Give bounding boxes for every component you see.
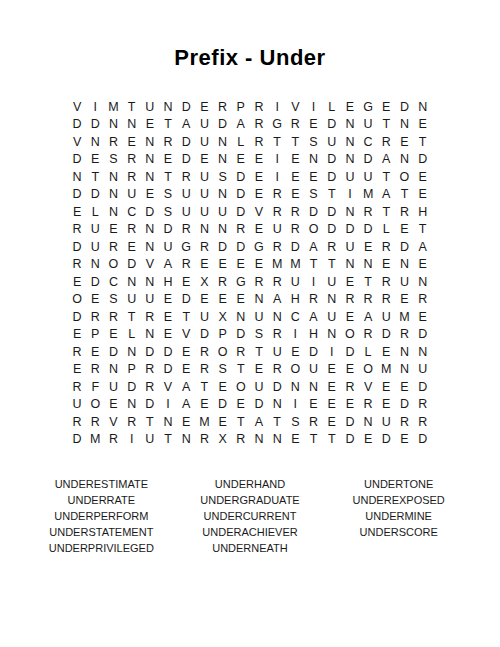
grid-cell-r1c16[interactable]: E xyxy=(341,98,359,116)
grid-cell-r11c10[interactable]: G xyxy=(232,273,250,291)
grid-cell-r3c16[interactable]: N xyxy=(341,133,359,151)
grid-cell-r11c4[interactable]: N xyxy=(123,273,141,291)
grid-cell-r7c8[interactable]: U xyxy=(195,203,213,221)
grid-cell-r5c2[interactable]: T xyxy=(86,168,104,186)
grid-cell-r4c19[interactable]: N xyxy=(395,151,413,169)
grid-cell-r14c15[interactable]: N xyxy=(323,326,341,344)
grid-cell-r6c1[interactable]: D xyxy=(68,186,86,204)
grid-cell-r1c4[interactable]: T xyxy=(123,98,141,116)
grid-cell-r4c12[interactable]: I xyxy=(268,151,286,169)
grid-cell-r4c20[interactable]: D xyxy=(414,151,432,169)
grid-cell-r18c7[interactable]: A xyxy=(177,396,195,414)
grid-cell-r20c14[interactable]: T xyxy=(304,431,322,449)
grid-cell-r17c15[interactable]: E xyxy=(323,378,341,396)
grid-cell-r3c12[interactable]: T xyxy=(268,133,286,151)
grid-cell-r1c19[interactable]: D xyxy=(395,98,413,116)
grid-cell-r13c17[interactable]: A xyxy=(359,308,377,326)
grid-cell-r17c13[interactable]: N xyxy=(286,378,304,396)
grid-cell-r12c6[interactable]: E xyxy=(159,291,177,309)
grid-cell-r16c1[interactable]: E xyxy=(68,361,86,379)
grid-cell-r17c11[interactable]: U xyxy=(250,378,268,396)
grid-cell-r1c11[interactable]: R xyxy=(250,98,268,116)
grid-cell-r6c3[interactable]: N xyxy=(104,186,122,204)
grid-cell-r14c11[interactable]: S xyxy=(250,326,268,344)
grid-cell-r14c5[interactable]: N xyxy=(141,326,159,344)
grid-cell-r8c15[interactable]: D xyxy=(323,221,341,239)
grid-cell-r10c17[interactable]: N xyxy=(359,256,377,274)
grid-cell-r9c8[interactable]: R xyxy=(195,238,213,256)
grid-cell-r18c17[interactable]: R xyxy=(359,396,377,414)
grid-cell-r7c17[interactable]: R xyxy=(359,203,377,221)
grid-cell-r4c3[interactable]: S xyxy=(104,151,122,169)
grid-cell-r4c7[interactable]: D xyxy=(177,151,195,169)
grid-cell-r9c19[interactable]: D xyxy=(395,238,413,256)
grid-cell-r7c7[interactable]: U xyxy=(177,203,195,221)
grid-cell-r19c20[interactable]: R xyxy=(414,413,432,431)
grid-cell-r1c18[interactable]: E xyxy=(377,98,395,116)
grid-cell-r1c3[interactable]: M xyxy=(104,98,122,116)
grid-cell-r18c3[interactable]: E xyxy=(104,396,122,414)
grid-cell-r12c20[interactable]: R xyxy=(414,291,432,309)
grid-cell-r17c14[interactable]: N xyxy=(304,378,322,396)
grid-cell-r12c11[interactable]: N xyxy=(250,291,268,309)
grid-cell-r5c11[interactable]: E xyxy=(250,168,268,186)
grid-cell-r10c14[interactable]: T xyxy=(304,256,322,274)
grid-cell-r12c4[interactable]: U xyxy=(123,291,141,309)
grid-cell-r2c3[interactable]: N xyxy=(104,116,122,134)
grid-cell-r8c16[interactable]: D xyxy=(341,221,359,239)
grid-cell-r16c7[interactable]: E xyxy=(177,361,195,379)
grid-cell-r5c13[interactable]: E xyxy=(286,168,304,186)
grid-cell-r7c6[interactable]: S xyxy=(159,203,177,221)
grid-cell-r16c15[interactable]: E xyxy=(323,361,341,379)
grid-cell-r2c17[interactable]: U xyxy=(359,116,377,134)
grid-cell-r7c18[interactable]: T xyxy=(377,203,395,221)
grid-cell-r20c9[interactable]: X xyxy=(214,431,232,449)
grid-cell-r3c11[interactable]: R xyxy=(250,133,268,151)
grid-cell-r13c6[interactable]: E xyxy=(159,308,177,326)
grid-cell-r16c14[interactable]: U xyxy=(304,361,322,379)
grid-cell-r20c16[interactable]: D xyxy=(341,431,359,449)
grid-cell-r7c13[interactable]: R xyxy=(286,203,304,221)
grid-cell-r6c6[interactable]: S xyxy=(159,186,177,204)
grid-cell-r9c12[interactable]: R xyxy=(268,238,286,256)
grid-cell-r13c15[interactable]: U xyxy=(323,308,341,326)
grid-cell-r9c9[interactable]: D xyxy=(214,238,232,256)
grid-cell-r6c14[interactable]: S xyxy=(304,186,322,204)
grid-cell-r4c9[interactable]: N xyxy=(214,151,232,169)
grid-cell-r13c13[interactable]: C xyxy=(286,308,304,326)
grid-cell-r16c10[interactable]: T xyxy=(232,361,250,379)
grid-cell-r15c7[interactable]: E xyxy=(177,343,195,361)
grid-cell-r7c16[interactable]: N xyxy=(341,203,359,221)
grid-cell-r10c7[interactable]: R xyxy=(177,256,195,274)
grid-cell-r17c12[interactable]: D xyxy=(268,378,286,396)
grid-cell-r3c13[interactable]: T xyxy=(286,133,304,151)
grid-cell-r9c20[interactable]: A xyxy=(414,238,432,256)
grid-cell-r16c9[interactable]: S xyxy=(214,361,232,379)
grid-cell-r20c10[interactable]: R xyxy=(232,431,250,449)
grid-cell-r2c20[interactable]: E xyxy=(414,116,432,134)
grid-cell-r11c13[interactable]: U xyxy=(286,273,304,291)
grid-cell-r14c3[interactable]: E xyxy=(104,326,122,344)
grid-cell-r16c19[interactable]: N xyxy=(395,361,413,379)
grid-cell-r12c5[interactable]: U xyxy=(141,291,159,309)
grid-cell-r2c15[interactable]: D xyxy=(323,116,341,134)
grid-cell-r7c10[interactable]: D xyxy=(232,203,250,221)
grid-cell-r15c16[interactable]: D xyxy=(341,343,359,361)
grid-cell-r6c15[interactable]: T xyxy=(323,186,341,204)
grid-cell-r15c12[interactable]: U xyxy=(268,343,286,361)
grid-cell-r16c4[interactable]: P xyxy=(123,361,141,379)
grid-cell-r5c18[interactable]: T xyxy=(377,168,395,186)
grid-cell-r18c8[interactable]: E xyxy=(195,396,213,414)
grid-cell-r7c19[interactable]: R xyxy=(395,203,413,221)
grid-cell-r14c18[interactable]: D xyxy=(377,326,395,344)
grid-cell-r10c3[interactable]: O xyxy=(104,256,122,274)
grid-cell-r3c19[interactable]: E xyxy=(395,133,413,151)
grid-cell-r3c10[interactable]: L xyxy=(232,133,250,151)
grid-cell-r17c4[interactable]: D xyxy=(123,378,141,396)
grid-cell-r17c19[interactable]: E xyxy=(395,378,413,396)
grid-cell-r15c5[interactable]: D xyxy=(141,343,159,361)
grid-cell-r3c9[interactable]: N xyxy=(214,133,232,151)
grid-cell-r2c1[interactable]: D xyxy=(68,116,86,134)
grid-cell-r6c18[interactable]: A xyxy=(377,186,395,204)
grid-cell-r2c7[interactable]: A xyxy=(177,116,195,134)
grid-cell-r13c9[interactable]: X xyxy=(214,308,232,326)
grid-cell-r4c11[interactable]: E xyxy=(250,151,268,169)
grid-cell-r18c9[interactable]: D xyxy=(214,396,232,414)
grid-cell-r8c5[interactable]: N xyxy=(141,221,159,239)
grid-cell-r18c15[interactable]: E xyxy=(323,396,341,414)
grid-cell-r18c1[interactable]: U xyxy=(68,396,86,414)
grid-cell-r6c19[interactable]: T xyxy=(395,186,413,204)
grid-cell-r3c7[interactable]: D xyxy=(177,133,195,151)
grid-cell-r20c19[interactable]: E xyxy=(395,431,413,449)
grid-cell-r11c18[interactable]: R xyxy=(377,273,395,291)
grid-cell-r5c8[interactable]: U xyxy=(195,168,213,186)
grid-cell-r20c1[interactable]: D xyxy=(68,431,86,449)
grid-cell-r5c6[interactable]: T xyxy=(159,168,177,186)
grid-cell-r5c16[interactable]: U xyxy=(341,168,359,186)
grid-cell-r5c19[interactable]: O xyxy=(395,168,413,186)
grid-cell-r14c14[interactable]: H xyxy=(304,326,322,344)
grid-cell-r7c11[interactable]: V xyxy=(250,203,268,221)
grid-cell-r18c11[interactable]: D xyxy=(250,396,268,414)
grid-cell-r19c14[interactable]: R xyxy=(304,413,322,431)
grid-cell-r9c14[interactable]: A xyxy=(304,238,322,256)
grid-cell-r16c11[interactable]: E xyxy=(250,361,268,379)
grid-cell-r19c5[interactable]: T xyxy=(141,413,159,431)
grid-cell-r4c5[interactable]: N xyxy=(141,151,159,169)
grid-cell-r12c18[interactable]: R xyxy=(377,291,395,309)
grid-cell-r12c8[interactable]: E xyxy=(195,291,213,309)
grid-cell-r8c12[interactable]: U xyxy=(268,221,286,239)
grid-cell-r11c7[interactable]: E xyxy=(177,273,195,291)
grid-cell-r4c14[interactable]: N xyxy=(304,151,322,169)
grid-cell-r12c17[interactable]: R xyxy=(359,291,377,309)
grid-cell-r7c15[interactable]: D xyxy=(323,203,341,221)
grid-cell-r6c12[interactable]: R xyxy=(268,186,286,204)
grid-cell-r17c20[interactable]: D xyxy=(414,378,432,396)
grid-cell-r19c17[interactable]: N xyxy=(359,413,377,431)
grid-cell-r2c18[interactable]: T xyxy=(377,116,395,134)
grid-cell-r6c9[interactable]: N xyxy=(214,186,232,204)
grid-cell-r2c16[interactable]: N xyxy=(341,116,359,134)
grid-cell-r14c19[interactable]: R xyxy=(395,326,413,344)
grid-cell-r12c10[interactable]: E xyxy=(232,291,250,309)
grid-cell-r15c2[interactable]: E xyxy=(86,343,104,361)
grid-cell-r12c16[interactable]: R xyxy=(341,291,359,309)
grid-cell-r6c4[interactable]: U xyxy=(123,186,141,204)
grid-cell-r10c8[interactable]: E xyxy=(195,256,213,274)
grid-cell-r15c19[interactable]: N xyxy=(395,343,413,361)
grid-cell-r4c2[interactable]: E xyxy=(86,151,104,169)
grid-cell-r18c4[interactable]: N xyxy=(123,396,141,414)
grid-cell-r4c6[interactable]: E xyxy=(159,151,177,169)
grid-cell-r7c20[interactable]: H xyxy=(414,203,432,221)
grid-cell-r8c17[interactable]: D xyxy=(359,221,377,239)
grid-cell-r13c4[interactable]: T xyxy=(123,308,141,326)
grid-cell-r8c7[interactable]: R xyxy=(177,221,195,239)
grid-cell-r11c1[interactable]: E xyxy=(68,273,86,291)
grid-cell-r14c7[interactable]: V xyxy=(177,326,195,344)
grid-cell-r7c4[interactable]: C xyxy=(123,203,141,221)
grid-cell-r10c20[interactable]: E xyxy=(414,256,432,274)
grid-cell-r5c15[interactable]: D xyxy=(323,168,341,186)
grid-cell-r11c19[interactable]: U xyxy=(395,273,413,291)
grid-cell-r8c13[interactable]: R xyxy=(286,221,304,239)
grid-cell-r18c5[interactable]: D xyxy=(141,396,159,414)
grid-cell-r8c1[interactable]: R xyxy=(68,221,86,239)
grid-cell-r19c11[interactable]: A xyxy=(250,413,268,431)
grid-cell-r17c1[interactable]: R xyxy=(68,378,86,396)
grid-cell-r3c18[interactable]: R xyxy=(377,133,395,151)
grid-cell-r19c19[interactable]: R xyxy=(395,413,413,431)
grid-cell-r1c5[interactable]: U xyxy=(141,98,159,116)
grid-cell-r8c11[interactable]: E xyxy=(250,221,268,239)
grid-cell-r20c7[interactable]: N xyxy=(177,431,195,449)
grid-cell-r18c10[interactable]: E xyxy=(232,396,250,414)
grid-cell-r15c18[interactable]: E xyxy=(377,343,395,361)
grid-cell-r16c16[interactable]: E xyxy=(341,361,359,379)
grid-cell-r13c7[interactable]: T xyxy=(177,308,195,326)
grid-cell-r12c19[interactable]: E xyxy=(395,291,413,309)
grid-cell-r19c7[interactable]: E xyxy=(177,413,195,431)
grid-cell-r20c3[interactable]: R xyxy=(104,431,122,449)
grid-cell-r13c14[interactable]: A xyxy=(304,308,322,326)
grid-cell-r2c10[interactable]: A xyxy=(232,116,250,134)
grid-cell-r14c16[interactable]: O xyxy=(341,326,359,344)
grid-cell-r3c2[interactable]: N xyxy=(86,133,104,151)
grid-cell-r17c7[interactable]: A xyxy=(177,378,195,396)
grid-cell-r10c16[interactable]: N xyxy=(341,256,359,274)
grid-cell-r11c11[interactable]: R xyxy=(250,273,268,291)
grid-cell-r15c13[interactable]: E xyxy=(286,343,304,361)
grid-cell-r7c9[interactable]: U xyxy=(214,203,232,221)
grid-cell-r18c13[interactable]: I xyxy=(286,396,304,414)
grid-cell-r9c17[interactable]: E xyxy=(359,238,377,256)
grid-cell-r12c13[interactable]: H xyxy=(286,291,304,309)
grid-cell-r14c12[interactable]: R xyxy=(268,326,286,344)
grid-cell-r16c5[interactable]: R xyxy=(141,361,159,379)
grid-cell-r17c3[interactable]: U xyxy=(104,378,122,396)
grid-cell-r20c17[interactable]: E xyxy=(359,431,377,449)
grid-cell-r20c13[interactable]: E xyxy=(286,431,304,449)
grid-cell-r4c16[interactable]: N xyxy=(341,151,359,169)
grid-cell-r17c8[interactable]: T xyxy=(195,378,213,396)
grid-cell-r11c17[interactable]: T xyxy=(359,273,377,291)
grid-cell-r18c20[interactable]: R xyxy=(414,396,432,414)
grid-cell-r1c20[interactable]: N xyxy=(414,98,432,116)
grid-cell-r5c9[interactable]: S xyxy=(214,168,232,186)
grid-cell-r9c13[interactable]: D xyxy=(286,238,304,256)
grid-cell-r10c18[interactable]: E xyxy=(377,256,395,274)
grid-cell-r14c6[interactable]: E xyxy=(159,326,177,344)
grid-cell-r2c14[interactable]: E xyxy=(304,116,322,134)
grid-cell-r15c8[interactable]: R xyxy=(195,343,213,361)
grid-cell-r17c16[interactable]: R xyxy=(341,378,359,396)
grid-cell-r9c15[interactable]: R xyxy=(323,238,341,256)
grid-cell-r20c5[interactable]: U xyxy=(141,431,159,449)
grid-cell-r14c13[interactable]: I xyxy=(286,326,304,344)
grid-cell-r3c8[interactable]: U xyxy=(195,133,213,151)
grid-cell-r11c6[interactable]: H xyxy=(159,273,177,291)
grid-cell-r10c6[interactable]: A xyxy=(159,256,177,274)
grid-cell-r6c5[interactable]: E xyxy=(141,186,159,204)
grid-cell-r18c16[interactable]: E xyxy=(341,396,359,414)
grid-cell-r6c2[interactable]: D xyxy=(86,186,104,204)
grid-cell-r9c18[interactable]: R xyxy=(377,238,395,256)
grid-cell-r19c10[interactable]: T xyxy=(232,413,250,431)
grid-cell-r4c18[interactable]: A xyxy=(377,151,395,169)
grid-cell-r4c4[interactable]: R xyxy=(123,151,141,169)
grid-cell-r1c9[interactable]: R xyxy=(214,98,232,116)
grid-cell-r17c17[interactable]: V xyxy=(359,378,377,396)
grid-cell-r10c5[interactable]: V xyxy=(141,256,159,274)
grid-cell-r2c2[interactable]: D xyxy=(86,116,104,134)
grid-cell-r8c3[interactable]: E xyxy=(104,221,122,239)
grid-cell-r20c15[interactable]: T xyxy=(323,431,341,449)
grid-cell-r5c7[interactable]: R xyxy=(177,168,195,186)
grid-cell-r10c10[interactable]: E xyxy=(232,256,250,274)
grid-cell-r16c20[interactable]: U xyxy=(414,361,432,379)
grid-cell-r15c14[interactable]: D xyxy=(304,343,322,361)
grid-cell-r14c1[interactable]: E xyxy=(68,326,86,344)
grid-cell-r6c7[interactable]: U xyxy=(177,186,195,204)
grid-cell-r14c10[interactable]: D xyxy=(232,326,250,344)
grid-cell-r11c12[interactable]: R xyxy=(268,273,286,291)
grid-cell-r13c10[interactable]: N xyxy=(232,308,250,326)
grid-cell-r5c5[interactable]: N xyxy=(141,168,159,186)
grid-cell-r3c17[interactable]: C xyxy=(359,133,377,151)
grid-cell-r15c20[interactable]: N xyxy=(414,343,432,361)
grid-cell-r13c11[interactable]: U xyxy=(250,308,268,326)
grid-cell-r14c2[interactable]: P xyxy=(86,326,104,344)
grid-cell-r9c2[interactable]: U xyxy=(86,238,104,256)
grid-cell-r8c18[interactable]: L xyxy=(377,221,395,239)
grid-cell-r5c1[interactable]: N xyxy=(68,168,86,186)
grid-cell-r9c3[interactable]: R xyxy=(104,238,122,256)
grid-cell-r20c8[interactable]: R xyxy=(195,431,213,449)
grid-cell-r14c20[interactable]: D xyxy=(414,326,432,344)
grid-cell-r1c8[interactable]: E xyxy=(195,98,213,116)
grid-cell-r19c13[interactable]: S xyxy=(286,413,304,431)
grid-cell-r20c18[interactable]: D xyxy=(377,431,395,449)
grid-cell-r14c8[interactable]: D xyxy=(195,326,213,344)
grid-cell-r12c1[interactable]: O xyxy=(68,291,86,309)
grid-cell-r16c8[interactable]: R xyxy=(195,361,213,379)
grid-cell-r19c15[interactable]: E xyxy=(323,413,341,431)
grid-cell-r12c3[interactable]: S xyxy=(104,291,122,309)
grid-cell-r15c6[interactable]: D xyxy=(159,343,177,361)
grid-cell-r14c17[interactable]: R xyxy=(359,326,377,344)
grid-cell-r6c10[interactable]: D xyxy=(232,186,250,204)
grid-cell-r13c5[interactable]: R xyxy=(141,308,159,326)
grid-cell-r17c18[interactable]: E xyxy=(377,378,395,396)
grid-cell-r12c12[interactable]: A xyxy=(268,291,286,309)
grid-cell-r7c2[interactable]: L xyxy=(86,203,104,221)
grid-cell-r5c10[interactable]: D xyxy=(232,168,250,186)
grid-cell-r2c4[interactable]: N xyxy=(123,116,141,134)
grid-cell-r2c12[interactable]: G xyxy=(268,116,286,134)
grid-cell-r8c6[interactable]: D xyxy=(159,221,177,239)
grid-cell-r11c3[interactable]: C xyxy=(104,273,122,291)
grid-cell-r9c10[interactable]: D xyxy=(232,238,250,256)
grid-cell-r3c1[interactable]: V xyxy=(68,133,86,151)
grid-cell-r17c2[interactable]: F xyxy=(86,378,104,396)
grid-cell-r4c8[interactable]: E xyxy=(195,151,213,169)
grid-cell-r11c16[interactable]: E xyxy=(341,273,359,291)
grid-cell-r6c20[interactable]: E xyxy=(414,186,432,204)
grid-cell-r15c17[interactable]: L xyxy=(359,343,377,361)
grid-cell-r9c1[interactable]: D xyxy=(68,238,86,256)
grid-cell-r16c2[interactable]: R xyxy=(86,361,104,379)
grid-cell-r19c12[interactable]: T xyxy=(268,413,286,431)
grid-cell-r2c9[interactable]: D xyxy=(214,116,232,134)
grid-cell-r13c2[interactable]: R xyxy=(86,308,104,326)
grid-cell-r5c14[interactable]: E xyxy=(304,168,322,186)
grid-cell-r12c14[interactable]: R xyxy=(304,291,322,309)
grid-cell-r7c14[interactable]: D xyxy=(304,203,322,221)
grid-cell-r18c18[interactable]: E xyxy=(377,396,395,414)
grid-cell-r13c3[interactable]: R xyxy=(104,308,122,326)
grid-cell-r1c12[interactable]: I xyxy=(268,98,286,116)
grid-cell-r18c14[interactable]: E xyxy=(304,396,322,414)
grid-cell-r7c12[interactable]: R xyxy=(268,203,286,221)
grid-cell-r14c9[interactable]: P xyxy=(214,326,232,344)
grid-cell-r4c10[interactable]: E xyxy=(232,151,250,169)
grid-cell-r19c18[interactable]: U xyxy=(377,413,395,431)
grid-cell-r15c15[interactable]: I xyxy=(323,343,341,361)
grid-cell-r1c17[interactable]: G xyxy=(359,98,377,116)
grid-cell-r3c6[interactable]: R xyxy=(159,133,177,151)
grid-cell-r5c12[interactable]: I xyxy=(268,168,286,186)
grid-cell-r20c2[interactable]: M xyxy=(86,431,104,449)
grid-cell-r11c2[interactable]: D xyxy=(86,273,104,291)
grid-cell-r6c8[interactable]: U xyxy=(195,186,213,204)
grid-cell-r15c4[interactable]: N xyxy=(123,343,141,361)
grid-cell-r12c15[interactable]: N xyxy=(323,291,341,309)
grid-cell-r11c9[interactable]: R xyxy=(214,273,232,291)
grid-cell-r4c15[interactable]: D xyxy=(323,151,341,169)
grid-cell-r17c10[interactable]: O xyxy=(232,378,250,396)
grid-cell-r10c15[interactable]: T xyxy=(323,256,341,274)
grid-cell-r8c9[interactable]: N xyxy=(214,221,232,239)
grid-cell-r13c1[interactable]: D xyxy=(68,308,86,326)
grid-cell-r16c3[interactable]: N xyxy=(104,361,122,379)
